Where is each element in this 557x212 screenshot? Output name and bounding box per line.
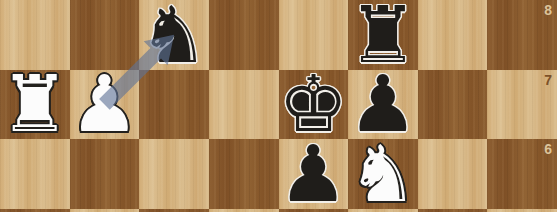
square-g7[interactable] [418, 70, 488, 140]
square-d8[interactable] [209, 0, 279, 70]
square-b5[interactable] [70, 209, 140, 212]
white-knight-f6[interactable]: ♞ [348, 139, 418, 209]
square-d7[interactable] [209, 70, 279, 140]
square-a5[interactable] [0, 209, 70, 212]
rank-label-6: 6 [544, 142, 552, 156]
rank-label-8: 8 [544, 3, 552, 17]
square-a6[interactable] [0, 139, 70, 209]
square-h7[interactable]: 7 [487, 70, 557, 140]
square-d5[interactable] [209, 209, 279, 212]
square-g6[interactable] [418, 139, 488, 209]
square-c5[interactable] [139, 209, 209, 212]
black-pawn-e6[interactable]: ♟ [279, 139, 349, 209]
square-d6[interactable] [209, 139, 279, 209]
square-h6[interactable]: 6 [487, 139, 557, 209]
white-pawn-b7[interactable]: ♟ [70, 70, 140, 140]
chess-board-viewport: 876 ♞♜♜♟♚♟♟♞ [0, 0, 557, 212]
square-b6[interactable] [70, 139, 140, 209]
square-h5[interactable] [487, 209, 557, 212]
square-c7[interactable] [139, 70, 209, 140]
square-h8[interactable]: 8 [487, 0, 557, 70]
white-rook-a7[interactable]: ♜ [0, 70, 70, 140]
square-g5[interactable] [418, 209, 488, 212]
square-c6[interactable] [139, 139, 209, 209]
square-g8[interactable] [418, 0, 488, 70]
black-knight-c8[interactable]: ♞ [139, 0, 209, 70]
rank-label-7: 7 [544, 73, 552, 87]
